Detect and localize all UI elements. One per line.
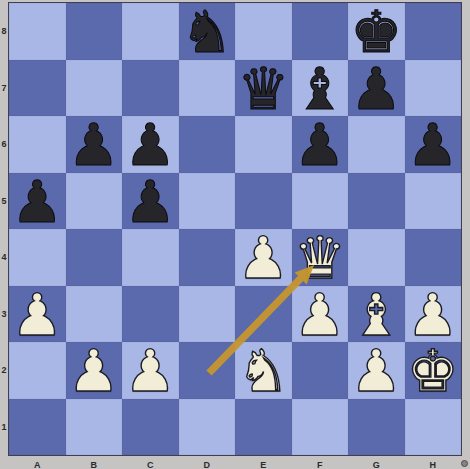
square-d2[interactable] (179, 342, 236, 399)
square-a2[interactable] (9, 342, 66, 399)
square-e4[interactable]: ♟ (235, 229, 292, 286)
file-label-g: G (373, 460, 380, 469)
rank-label-6: 6 (0, 140, 8, 149)
rank-label-3: 3 (0, 310, 8, 319)
square-e3[interactable] (235, 286, 292, 343)
file-label-h: H (430, 460, 437, 469)
square-e7[interactable]: ♛ (235, 60, 292, 117)
square-g7[interactable]: ♟ (348, 60, 405, 117)
square-h2[interactable]: ♚ (405, 342, 462, 399)
chess-board: ♞♚♛♝♟♟♟♟♟♟♟♟♛♟♟♝♟♟♟♞♟♚ (8, 2, 462, 456)
square-e5[interactable] (235, 173, 292, 230)
piece-black-pawn[interactable]: ♟ (124, 173, 176, 231)
rank-label-2: 2 (0, 366, 8, 375)
square-f3[interactable]: ♟ (292, 286, 349, 343)
piece-black-knight[interactable]: ♞ (181, 3, 233, 61)
piece-black-pawn[interactable]: ♟ (407, 116, 459, 174)
square-c4[interactable] (122, 229, 179, 286)
file-label-a: A (34, 460, 41, 469)
file-label-d: D (204, 460, 211, 469)
rank-label-5: 5 (0, 197, 8, 206)
square-d3[interactable] (179, 286, 236, 343)
square-h4[interactable] (405, 229, 462, 286)
piece-black-pawn[interactable]: ♟ (11, 173, 63, 231)
file-label-b: B (91, 460, 98, 469)
square-a4[interactable] (9, 229, 66, 286)
rank-label-7: 7 (0, 84, 8, 93)
square-c2[interactable]: ♟ (122, 342, 179, 399)
square-d7[interactable] (179, 60, 236, 117)
square-e6[interactable] (235, 116, 292, 173)
square-b2[interactable]: ♟ (66, 342, 123, 399)
square-f6[interactable]: ♟ (292, 116, 349, 173)
square-b8[interactable] (66, 3, 123, 60)
square-b7[interactable] (66, 60, 123, 117)
square-f4[interactable]: ♛ (292, 229, 349, 286)
square-f7[interactable]: ♝ (292, 60, 349, 117)
square-a7[interactable] (9, 60, 66, 117)
square-f2[interactable] (292, 342, 349, 399)
square-c6[interactable]: ♟ (122, 116, 179, 173)
square-f5[interactable] (292, 173, 349, 230)
piece-white-pawn[interactable]: ♟ (124, 342, 176, 400)
square-b1[interactable] (66, 399, 123, 456)
rank-label-4: 4 (0, 253, 8, 262)
square-a8[interactable] (9, 3, 66, 60)
square-g1[interactable] (348, 399, 405, 456)
square-b6[interactable]: ♟ (66, 116, 123, 173)
square-a6[interactable] (9, 116, 66, 173)
piece-white-pawn[interactable]: ♟ (294, 286, 346, 344)
square-c3[interactable] (122, 286, 179, 343)
square-d5[interactable] (179, 173, 236, 230)
piece-white-king[interactable]: ♚ (407, 342, 459, 400)
piece-white-knight[interactable]: ♞ (237, 342, 289, 400)
square-c7[interactable] (122, 60, 179, 117)
square-d1[interactable] (179, 399, 236, 456)
rank-label-8: 8 (0, 27, 8, 36)
square-d4[interactable] (179, 229, 236, 286)
square-d8[interactable]: ♞ (179, 3, 236, 60)
piece-white-pawn[interactable]: ♟ (68, 342, 120, 400)
square-d6[interactable] (179, 116, 236, 173)
square-e8[interactable] (235, 3, 292, 60)
piece-white-bishop[interactable]: ♝ (350, 286, 402, 344)
piece-white-queen[interactable]: ♛ (294, 229, 346, 287)
square-c5[interactable]: ♟ (122, 173, 179, 230)
square-f1[interactable] (292, 399, 349, 456)
piece-black-pawn[interactable]: ♟ (350, 60, 402, 118)
piece-black-pawn[interactable]: ♟ (68, 116, 120, 174)
piece-white-pawn[interactable]: ♟ (350, 342, 402, 400)
file-label-f: F (317, 460, 323, 469)
piece-black-bishop[interactable]: ♝ (294, 60, 346, 118)
resize-grip-icon[interactable] (461, 460, 468, 467)
square-c1[interactable] (122, 399, 179, 456)
square-g8[interactable]: ♚ (348, 3, 405, 60)
square-b3[interactable] (66, 286, 123, 343)
square-h7[interactable] (405, 60, 462, 117)
square-a3[interactable]: ♟ (9, 286, 66, 343)
square-h5[interactable] (405, 173, 462, 230)
square-h3[interactable]: ♟ (405, 286, 462, 343)
piece-black-queen[interactable]: ♛ (237, 60, 289, 118)
piece-black-pawn[interactable]: ♟ (124, 116, 176, 174)
piece-black-king[interactable]: ♚ (350, 3, 402, 61)
square-a1[interactable] (9, 399, 66, 456)
square-e2[interactable]: ♞ (235, 342, 292, 399)
square-h1[interactable] (405, 399, 462, 456)
piece-white-pawn[interactable]: ♟ (407, 286, 459, 344)
square-e1[interactable] (235, 399, 292, 456)
square-g5[interactable] (348, 173, 405, 230)
square-g4[interactable] (348, 229, 405, 286)
file-label-c: C (147, 460, 154, 469)
square-h8[interactable] (405, 3, 462, 60)
rank-label-1: 1 (0, 423, 8, 432)
file-label-e: E (260, 460, 266, 469)
piece-white-pawn[interactable]: ♟ (237, 229, 289, 287)
square-f8[interactable] (292, 3, 349, 60)
square-g3[interactable]: ♝ (348, 286, 405, 343)
square-g2[interactable]: ♟ (348, 342, 405, 399)
square-b4[interactable] (66, 229, 123, 286)
square-a5[interactable]: ♟ (9, 173, 66, 230)
piece-white-pawn[interactable]: ♟ (11, 286, 63, 344)
square-b5[interactable] (66, 173, 123, 230)
square-g6[interactable] (348, 116, 405, 173)
square-c8[interactable] (122, 3, 179, 60)
board-grid: ♞♚♛♝♟♟♟♟♟♟♟♟♛♟♟♝♟♟♟♞♟♚ (9, 3, 461, 455)
square-h6[interactable]: ♟ (405, 116, 462, 173)
piece-black-pawn[interactable]: ♟ (294, 116, 346, 174)
